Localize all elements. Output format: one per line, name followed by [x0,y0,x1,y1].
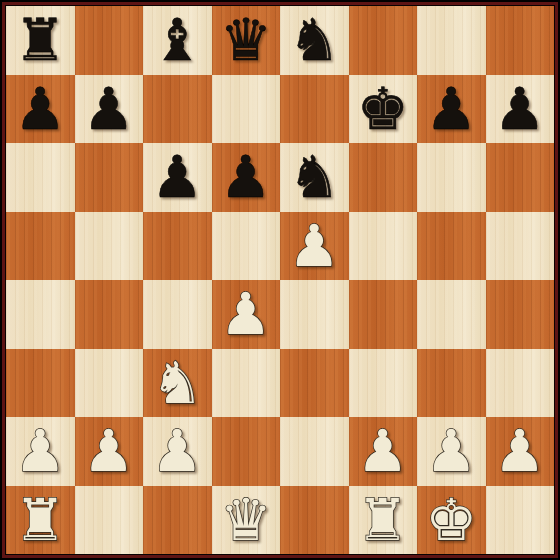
board-inner-frame: ♜♝♛♞♟♟♚♟♟♟♟♞♟♟♞♟♟♟♟♟♟♜♛♜♚ [5,5,555,555]
white-rook[interactable]: ♜ [14,491,66,549]
square-g5[interactable] [417,212,486,281]
black-queen[interactable]: ♛ [220,11,272,69]
square-a5[interactable] [6,212,75,281]
square-h8[interactable] [486,6,555,75]
white-king[interactable]: ♚ [425,491,477,549]
square-a4[interactable] [6,280,75,349]
black-pawn[interactable]: ♟ [425,80,477,138]
square-g3[interactable] [417,349,486,418]
square-e4[interactable] [280,280,349,349]
white-knight[interactable]: ♞ [151,354,203,412]
square-b2[interactable]: ♟ [75,417,144,486]
chess-board: ♜♝♛♞♟♟♚♟♟♟♟♞♟♟♞♟♟♟♟♟♟♜♛♜♚ [6,6,554,554]
square-f5[interactable] [349,212,418,281]
square-e3[interactable] [280,349,349,418]
square-f1[interactable]: ♜ [349,486,418,555]
square-h7[interactable]: ♟ [486,75,555,144]
square-f6[interactable] [349,143,418,212]
black-pawn[interactable]: ♟ [151,148,203,206]
square-d1[interactable]: ♛ [212,486,281,555]
square-f8[interactable] [349,6,418,75]
white-pawn[interactable]: ♟ [494,422,546,480]
white-pawn[interactable]: ♟ [357,422,409,480]
square-b6[interactable] [75,143,144,212]
square-a8[interactable]: ♜ [6,6,75,75]
square-c3[interactable]: ♞ [143,349,212,418]
square-a7[interactable]: ♟ [6,75,75,144]
square-b7[interactable]: ♟ [75,75,144,144]
black-pawn[interactable]: ♟ [220,148,272,206]
square-d8[interactable]: ♛ [212,6,281,75]
white-pawn[interactable]: ♟ [425,422,477,480]
square-h3[interactable] [486,349,555,418]
square-c5[interactable] [143,212,212,281]
square-a1[interactable]: ♜ [6,486,75,555]
white-pawn[interactable]: ♟ [14,422,66,480]
square-h6[interactable] [486,143,555,212]
square-g8[interactable] [417,6,486,75]
square-e7[interactable] [280,75,349,144]
square-h2[interactable]: ♟ [486,417,555,486]
black-pawn[interactable]: ♟ [494,80,546,138]
black-bishop[interactable]: ♝ [151,11,203,69]
square-b4[interactable] [75,280,144,349]
black-knight[interactable]: ♞ [288,11,340,69]
square-d3[interactable] [212,349,281,418]
square-c4[interactable] [143,280,212,349]
black-rook[interactable]: ♜ [14,11,66,69]
square-g7[interactable]: ♟ [417,75,486,144]
white-rook[interactable]: ♜ [357,491,409,549]
square-e8[interactable]: ♞ [280,6,349,75]
square-e5[interactable]: ♟ [280,212,349,281]
square-b1[interactable] [75,486,144,555]
square-e1[interactable] [280,486,349,555]
square-h1[interactable] [486,486,555,555]
square-d4[interactable]: ♟ [212,280,281,349]
square-f4[interactable] [349,280,418,349]
square-g2[interactable]: ♟ [417,417,486,486]
square-h5[interactable] [486,212,555,281]
square-c8[interactable]: ♝ [143,6,212,75]
white-pawn[interactable]: ♟ [151,422,203,480]
square-c6[interactable]: ♟ [143,143,212,212]
white-pawn[interactable]: ♟ [83,422,135,480]
black-pawn[interactable]: ♟ [83,80,135,138]
square-d5[interactable] [212,212,281,281]
square-c2[interactable]: ♟ [143,417,212,486]
square-c1[interactable] [143,486,212,555]
square-b8[interactable] [75,6,144,75]
white-pawn[interactable]: ♟ [288,217,340,275]
square-g4[interactable] [417,280,486,349]
square-c7[interactable] [143,75,212,144]
square-d2[interactable] [212,417,281,486]
square-f3[interactable] [349,349,418,418]
square-h4[interactable] [486,280,555,349]
board-frame: ♜♝♛♞♟♟♚♟♟♟♟♞♟♟♞♟♟♟♟♟♟♜♛♜♚ [0,0,560,560]
square-b3[interactable] [75,349,144,418]
white-queen[interactable]: ♛ [220,491,272,549]
square-g1[interactable]: ♚ [417,486,486,555]
black-knight[interactable]: ♞ [288,148,340,206]
square-e2[interactable] [280,417,349,486]
square-b5[interactable] [75,212,144,281]
square-a3[interactable] [6,349,75,418]
square-g6[interactable] [417,143,486,212]
square-f2[interactable]: ♟ [349,417,418,486]
black-king[interactable]: ♚ [357,80,409,138]
white-pawn[interactable]: ♟ [220,285,272,343]
square-f7[interactable]: ♚ [349,75,418,144]
square-a6[interactable] [6,143,75,212]
square-a2[interactable]: ♟ [6,417,75,486]
black-pawn[interactable]: ♟ [14,80,66,138]
square-e6[interactable]: ♞ [280,143,349,212]
square-d6[interactable]: ♟ [212,143,281,212]
square-d7[interactable] [212,75,281,144]
